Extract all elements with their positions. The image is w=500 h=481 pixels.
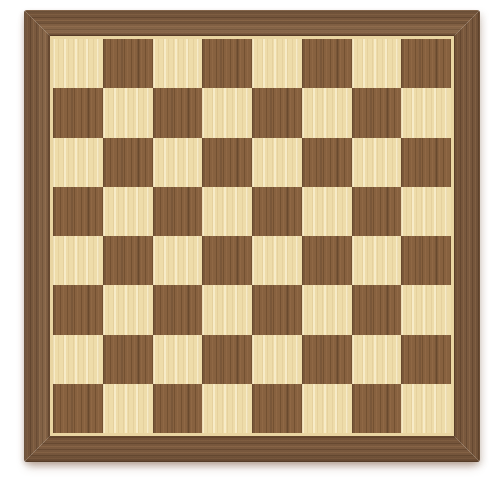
- square-h7[interactable]: [401, 88, 451, 137]
- square-f4[interactable]: [302, 236, 352, 285]
- square-b8[interactable]: [103, 39, 153, 88]
- board-frame-right: [454, 10, 480, 462]
- square-c3[interactable]: [153, 285, 203, 334]
- square-f6[interactable]: [302, 138, 352, 187]
- square-g3[interactable]: [352, 285, 402, 334]
- square-f7[interactable]: [302, 88, 352, 137]
- square-g8[interactable]: [352, 39, 402, 88]
- chess-board: [24, 10, 480, 462]
- board-frame-left: [24, 10, 50, 462]
- square-a5[interactable]: [53, 187, 103, 236]
- square-g4[interactable]: [352, 236, 402, 285]
- square-e7[interactable]: [252, 88, 302, 137]
- square-h5[interactable]: [401, 187, 451, 236]
- square-b7[interactable]: [103, 88, 153, 137]
- square-c1[interactable]: [153, 384, 203, 433]
- square-d1[interactable]: [202, 384, 252, 433]
- square-h1[interactable]: [401, 384, 451, 433]
- square-a7[interactable]: [53, 88, 103, 137]
- board-inlay-border: [50, 36, 454, 436]
- square-c5[interactable]: [153, 187, 203, 236]
- square-d8[interactable]: [202, 39, 252, 88]
- board-grid: [53, 39, 451, 433]
- square-f3[interactable]: [302, 285, 352, 334]
- square-f5[interactable]: [302, 187, 352, 236]
- square-g6[interactable]: [352, 138, 402, 187]
- page-background: [0, 0, 500, 481]
- square-c2[interactable]: [153, 335, 203, 384]
- square-b2[interactable]: [103, 335, 153, 384]
- square-e1[interactable]: [252, 384, 302, 433]
- square-f2[interactable]: [302, 335, 352, 384]
- square-b3[interactable]: [103, 285, 153, 334]
- square-g7[interactable]: [352, 88, 402, 137]
- square-h6[interactable]: [401, 138, 451, 187]
- square-h8[interactable]: [401, 39, 451, 88]
- square-e3[interactable]: [252, 285, 302, 334]
- square-b4[interactable]: [103, 236, 153, 285]
- square-d5[interactable]: [202, 187, 252, 236]
- square-e5[interactable]: [252, 187, 302, 236]
- square-c7[interactable]: [153, 88, 203, 137]
- board-frame-top: [24, 10, 480, 36]
- square-e2[interactable]: [252, 335, 302, 384]
- square-h3[interactable]: [401, 285, 451, 334]
- square-a4[interactable]: [53, 236, 103, 285]
- square-g1[interactable]: [352, 384, 402, 433]
- square-f8[interactable]: [302, 39, 352, 88]
- square-h4[interactable]: [401, 236, 451, 285]
- square-c6[interactable]: [153, 138, 203, 187]
- square-d4[interactable]: [202, 236, 252, 285]
- square-f1[interactable]: [302, 384, 352, 433]
- square-d7[interactable]: [202, 88, 252, 137]
- square-a6[interactable]: [53, 138, 103, 187]
- square-e6[interactable]: [252, 138, 302, 187]
- square-g5[interactable]: [352, 187, 402, 236]
- square-a2[interactable]: [53, 335, 103, 384]
- square-a1[interactable]: [53, 384, 103, 433]
- square-e8[interactable]: [252, 39, 302, 88]
- square-c4[interactable]: [153, 236, 203, 285]
- square-b5[interactable]: [103, 187, 153, 236]
- square-d6[interactable]: [202, 138, 252, 187]
- square-g2[interactable]: [352, 335, 402, 384]
- square-a3[interactable]: [53, 285, 103, 334]
- square-a8[interactable]: [53, 39, 103, 88]
- square-b1[interactable]: [103, 384, 153, 433]
- square-b6[interactable]: [103, 138, 153, 187]
- board-frame-bottom: [24, 436, 480, 462]
- square-c8[interactable]: [153, 39, 203, 88]
- square-h2[interactable]: [401, 335, 451, 384]
- square-d2[interactable]: [202, 335, 252, 384]
- square-d3[interactable]: [202, 285, 252, 334]
- square-e4[interactable]: [252, 236, 302, 285]
